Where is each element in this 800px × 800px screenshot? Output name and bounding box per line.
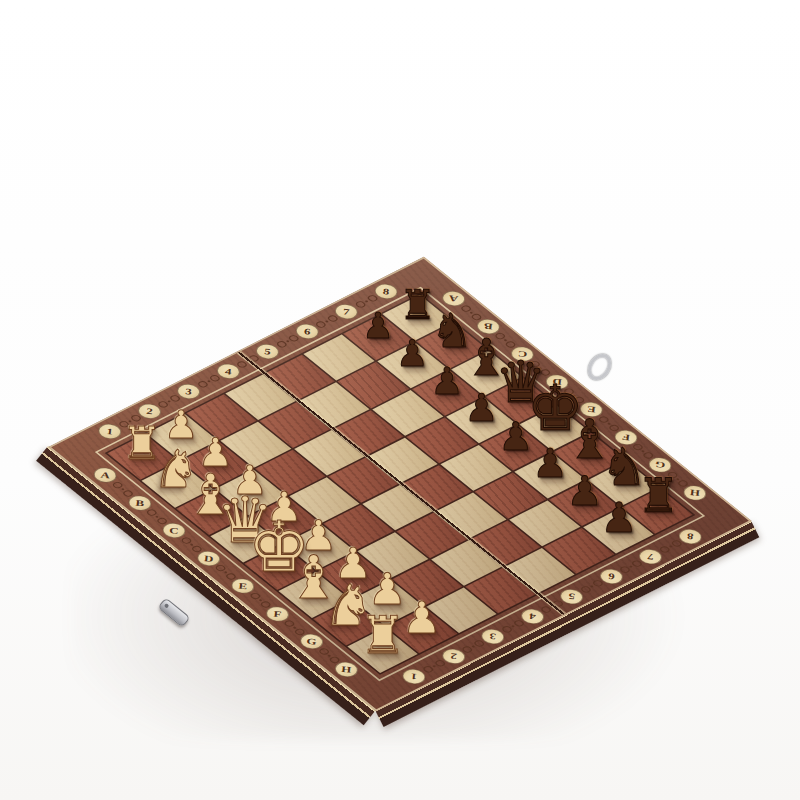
piece-black-pawn-f7[interactable]: ♟ [532,444,568,484]
coord-label-left-H: H [334,661,358,678]
piece-black-pawn-h7[interactable]: ♟ [600,498,637,539]
coord-label-right-H: H [682,484,706,501]
piece-black-pawn-b7[interactable]: ♟ [396,335,429,372]
piece-black-pawn-d7[interactable]: ♟ [464,390,498,428]
piece-black-pawn-a7[interactable]: ♟ [362,308,394,344]
piece-white-rook-h1[interactable]: ♜ [359,610,405,662]
photo-background: 12345678ABCDEFGHABCDEFGH12345678 ♜♞♝♛♚♝♞… [0,0,800,800]
piece-black-rook-h8[interactable]: ♜ [637,474,679,521]
piece-black-pawn-e7[interactable]: ♟ [498,417,533,456]
piece-black-pawn-c7[interactable]: ♟ [430,363,464,400]
piece-white-pawn-h2[interactable]: ♟ [402,596,442,640]
clasp-loop-icon [583,350,616,385]
piece-black-pawn-g7[interactable]: ♟ [566,471,602,512]
